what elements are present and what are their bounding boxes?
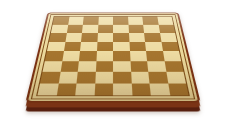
square-r4c8[interactable]: [161, 42, 179, 51]
square-r5c8[interactable]: [163, 51, 182, 61]
square-r2c5[interactable]: [113, 24, 129, 32]
square-r5c5[interactable]: [113, 51, 130, 61]
square-r8c3[interactable]: [75, 83, 95, 95]
scene: [0, 0, 225, 130]
square-r7c6[interactable]: [131, 72, 150, 83]
square-r3c8[interactable]: [160, 33, 177, 42]
square-r6c4[interactable]: [95, 61, 113, 72]
square-r5c4[interactable]: [96, 51, 113, 61]
square-r8c8[interactable]: [168, 83, 189, 95]
square-r4c2[interactable]: [64, 42, 82, 51]
square-r7c3[interactable]: [77, 72, 96, 83]
board-wrapper: [0, 0, 225, 130]
square-r3c6[interactable]: [129, 33, 145, 42]
board-rim: [25, 12, 200, 102]
board-grid: [36, 16, 190, 96]
square-r5c7[interactable]: [146, 51, 164, 61]
square-r1c6[interactable]: [128, 17, 143, 25]
square-r5c1[interactable]: [45, 51, 64, 61]
square-r1c3[interactable]: [83, 17, 98, 25]
square-r6c2[interactable]: [60, 61, 79, 72]
board-border-mat: [28, 13, 198, 101]
square-r6c7[interactable]: [147, 61, 166, 72]
square-r1c8[interactable]: [157, 17, 173, 25]
square-r7c1[interactable]: [40, 72, 60, 83]
square-r7c5[interactable]: [113, 72, 131, 83]
square-r7c8[interactable]: [166, 72, 186, 83]
square-r6c8[interactable]: [164, 61, 183, 72]
square-r8c5[interactable]: [113, 83, 132, 95]
chessboard-3d: [25, 12, 200, 102]
square-r7c7[interactable]: [148, 72, 167, 83]
square-r2c4[interactable]: [97, 24, 113, 32]
square-r4c5[interactable]: [113, 42, 130, 51]
square-r2c6[interactable]: [128, 24, 144, 32]
square-r5c3[interactable]: [79, 51, 97, 61]
square-r4c1[interactable]: [47, 42, 65, 51]
square-r2c1[interactable]: [51, 24, 68, 32]
square-r4c4[interactable]: [97, 42, 114, 51]
square-r8c7[interactable]: [149, 83, 169, 95]
square-r4c6[interactable]: [129, 42, 146, 51]
inner-pinstripe-frame: [31, 14, 195, 99]
square-r3c7[interactable]: [144, 33, 161, 42]
square-r1c1[interactable]: [53, 17, 69, 25]
square-r8c4[interactable]: [94, 83, 113, 95]
square-r6c6[interactable]: [130, 61, 148, 72]
square-r2c7[interactable]: [143, 24, 159, 32]
square-r6c1[interactable]: [43, 61, 62, 72]
square-r1c5[interactable]: [113, 17, 128, 25]
square-r1c4[interactable]: [98, 17, 113, 25]
square-r5c6[interactable]: [130, 51, 148, 61]
square-r4c3[interactable]: [80, 42, 97, 51]
square-r3c2[interactable]: [65, 33, 82, 42]
square-r7c4[interactable]: [95, 72, 113, 83]
square-r7c2[interactable]: [58, 72, 77, 83]
square-r2c2[interactable]: [66, 24, 82, 32]
square-r1c2[interactable]: [68, 17, 84, 25]
square-r2c8[interactable]: [158, 24, 175, 32]
square-r2c3[interactable]: [82, 24, 98, 32]
square-r4c7[interactable]: [145, 42, 163, 51]
square-r6c3[interactable]: [78, 61, 96, 72]
square-r3c5[interactable]: [113, 33, 129, 42]
square-r8c1[interactable]: [37, 83, 58, 95]
square-r8c6[interactable]: [131, 83, 151, 95]
square-r1c7[interactable]: [142, 17, 158, 25]
square-r6c5[interactable]: [113, 61, 131, 72]
square-r3c4[interactable]: [97, 33, 113, 42]
square-r3c3[interactable]: [81, 33, 97, 42]
square-r5c2[interactable]: [62, 51, 80, 61]
square-r3c1[interactable]: [49, 33, 66, 42]
square-r8c2[interactable]: [56, 83, 76, 95]
